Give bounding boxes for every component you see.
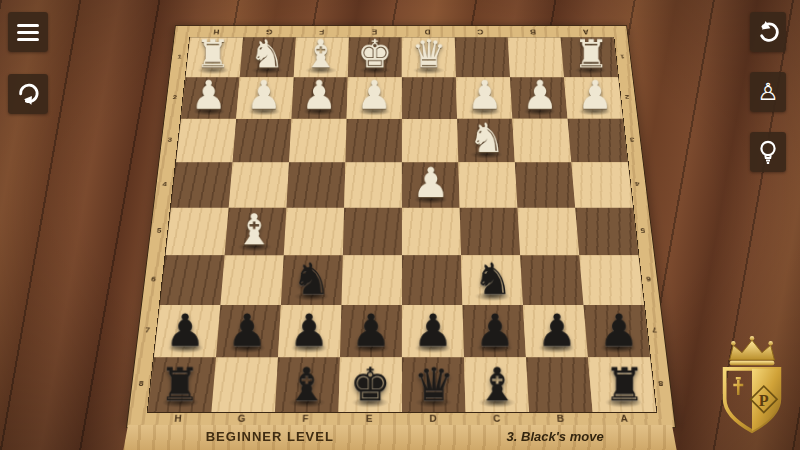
coordinate-label: H [145,411,210,427]
square-f5[interactable] [284,208,344,256]
chess-board: HGFEDCBA HGFEDCBA 12345678 12345678 ♜♞♝♚… [126,25,676,428]
coordinate-label: A [592,411,657,427]
piece-shadow [248,108,281,116]
square-e5[interactable] [343,208,402,256]
coordinate-label: B [506,26,560,37]
square-c6[interactable]: ♞ [461,255,523,305]
undo-button[interactable] [750,12,786,52]
coordinate-label: C [454,26,507,37]
square-g2[interactable]: ♟ [236,77,294,119]
square-b2[interactable]: ♟ [510,77,568,119]
square-f7[interactable]: ♟ [278,305,341,357]
coordinate-label: C [465,411,529,427]
piece-shadow [468,108,501,116]
square-h7[interactable]: ♟ [154,305,220,357]
square-f2[interactable]: ♟ [291,77,347,119]
square-g6[interactable] [220,255,283,305]
piece-shadow [237,242,273,251]
piece-shadow [469,151,503,159]
coordinate-label: G [242,26,296,37]
square-h6[interactable] [160,255,225,305]
square-f8[interactable]: ♝ [275,357,340,412]
menu-button[interactable] [8,12,48,52]
square-c3[interactable]: ♞ [457,119,515,162]
square-a1[interactable]: ♜ [561,37,618,77]
piece-shadow [478,397,516,407]
coordinate-label: H [189,26,243,37]
square-d6[interactable] [402,255,463,305]
piece-shadow [353,343,390,353]
square-a8[interactable]: ♜ [588,357,656,412]
piece-black-bishop[interactable]: ♝ [466,358,530,412]
square-h3[interactable] [176,119,236,162]
square-b7[interactable]: ♟ [523,305,588,357]
undo-arrow-icon [755,19,781,45]
square-b1[interactable] [508,37,564,77]
square-h1[interactable]: ♜ [186,37,243,77]
square-g8[interactable] [211,357,278,412]
opponent-pawn-button[interactable]: ♙ [750,72,786,112]
square-e2[interactable]: ♟ [347,77,402,119]
coordinate-label: E [348,26,401,37]
pawn-icon: ♙ [757,80,779,104]
piece-black-bishop[interactable]: ♝ [275,358,339,412]
status-bar: BEGINNER LEVEL 3. Black's move [123,425,677,450]
square-d2[interactable] [402,77,457,119]
square-f1[interactable]: ♝ [294,37,349,77]
square-a6[interactable] [579,255,644,305]
piece-shadow [414,343,451,353]
square-c8[interactable]: ♝ [464,357,529,412]
square-c4[interactable] [458,162,517,207]
square-d5[interactable] [402,208,461,256]
chess-app-screen: ♙ HGFEDCBA HGFEDCBA 12345678 12345678 ♜♞… [0,0,800,450]
square-b3[interactable] [512,119,571,162]
piece-shadow [167,343,205,353]
square-g4[interactable] [229,162,289,207]
piece-shadow [197,67,230,75]
file-labels-bottom: HGFEDCBA [145,411,657,427]
piece-black-queen[interactable]: ♛ [402,358,466,412]
square-b4[interactable] [515,162,575,207]
coordinate-label: E [337,411,401,427]
square-e3[interactable] [345,119,401,162]
piece-shadow [229,343,266,353]
square-b8[interactable] [526,357,593,412]
square-d4[interactable]: ♟ [402,162,460,207]
square-a3[interactable] [568,119,628,162]
square-c5[interactable] [460,208,520,256]
square-h2[interactable]: ♟ [181,77,240,119]
square-f3[interactable] [289,119,347,162]
coordinate-label: B [528,411,593,427]
coordinate-label: D [401,26,454,37]
crown-icon [730,336,775,365]
piece-shadow [351,397,389,407]
piece-shadow [305,67,337,75]
square-e7[interactable]: ♟ [340,305,402,357]
piece-shadow [599,343,637,353]
move-status: 3. Black's move [507,429,604,444]
square-e1[interactable]: ♚ [348,37,402,77]
piece-black-king[interactable]: ♚ [338,358,402,412]
piece-shadow [161,397,200,407]
square-h5[interactable] [166,208,229,256]
square-a5[interactable] [575,208,638,256]
square-b5[interactable] [517,208,579,256]
piece-shadow [578,108,611,116]
piece-black-rook[interactable]: ♜ [593,358,657,412]
piece-shadow [193,108,226,116]
piece-shadow [523,108,556,116]
square-d7[interactable]: ♟ [402,305,464,357]
piece-shadow [288,397,326,407]
piece-shadow [358,108,391,116]
coordinate-label: F [273,411,337,427]
piece-shadow [538,343,575,353]
coordinate-label: A [559,26,613,37]
square-e4[interactable] [344,162,402,207]
square-c1[interactable] [455,37,510,77]
square-a7[interactable]: ♟ [583,305,649,357]
piece-shadow [293,292,329,301]
square-g7[interactable]: ♟ [216,305,281,357]
square-h8[interactable]: ♜ [148,357,216,412]
lightbulb-icon [756,139,780,165]
piece-shadow [574,67,607,75]
coordinate-label: 2 [617,77,637,119]
square-d3[interactable] [402,119,458,162]
logo-initial: P [759,392,769,409]
square-b6[interactable] [520,255,583,305]
brand-crest-logo: P [714,334,790,436]
square-f6[interactable]: ♞ [281,255,343,305]
piece-shadow [474,292,510,301]
square-d1[interactable]: ♛ [402,37,456,77]
level-label: BEGINNER LEVEL [206,429,334,444]
coordinate-label: F [295,26,348,37]
piece-shadow [291,343,328,353]
square-f4[interactable] [286,162,345,207]
piece-black-rook[interactable]: ♜ [148,358,212,412]
coordinate-label: D [401,411,465,427]
square-a4[interactable] [571,162,633,207]
file-labels-top: HGFEDCBA [189,26,612,37]
square-g3[interactable] [232,119,291,162]
board-grid: ♜♞♝♚♛♜♟♟♟♟♟♟♟♞♟♝♞♞♟♟♟♟♟♟♟♟♜♝♚♛♝♜ [147,37,658,413]
square-c7[interactable]: ♟ [462,305,525,357]
square-e8[interactable]: ♚ [338,357,402,412]
hint-button[interactable] [750,132,786,172]
square-c2[interactable]: ♟ [456,77,512,119]
piece-shadow [413,67,445,75]
square-h4[interactable] [171,162,233,207]
piece-shadow [251,67,284,75]
hamburger-icon [17,24,39,41]
coordinate-label: G [209,411,274,427]
shield-icon: P [725,369,780,431]
coordinate-label: 1 [613,37,633,77]
piece-shadow [414,195,448,204]
piece-shadow [359,67,391,75]
square-e6[interactable] [341,255,402,305]
restart-button[interactable] [8,74,48,114]
square-a2[interactable]: ♟ [564,77,623,119]
square-g5[interactable]: ♝ [225,208,287,256]
square-d8[interactable]: ♛ [402,357,466,412]
restart-rotate-icon [10,76,46,112]
piece-shadow [476,343,513,353]
piece-shadow [604,397,643,407]
square-g1[interactable]: ♞ [240,37,296,77]
piece-shadow [415,397,453,407]
piece-shadow [303,108,336,116]
